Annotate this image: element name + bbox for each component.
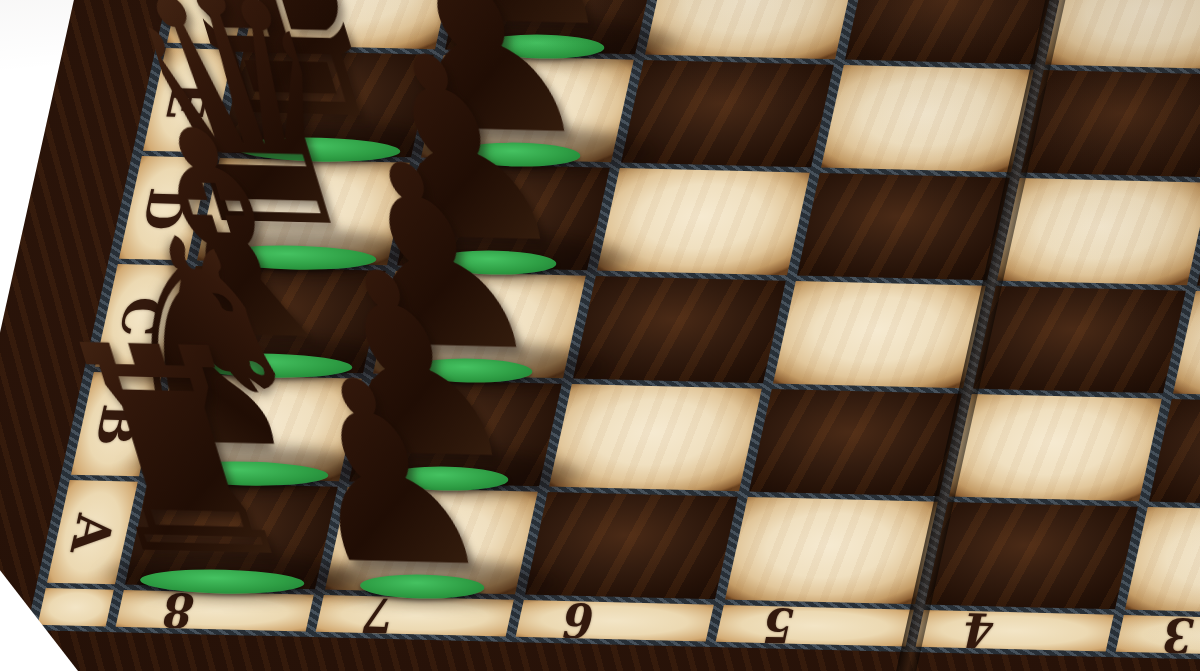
square-a3[interactable] <box>1125 507 1200 614</box>
chess-board: HGFEDCBA87654321 ♜♞♝♛♚♟♟♟♟♟♟ <box>0 0 1200 671</box>
square-c6[interactable] <box>573 276 786 383</box>
rank-label-cell-4: 4 <box>916 610 1114 651</box>
square-c5[interactable] <box>773 281 986 388</box>
rank-label-cell-6: 6 <box>516 600 714 641</box>
square-c8[interactable] <box>173 266 386 373</box>
file-label-a: A <box>59 512 126 552</box>
file-label-e: E <box>155 81 222 120</box>
file-label-c: C <box>107 296 174 337</box>
rank-label-cell-8: 8 <box>116 590 314 631</box>
square-c7[interactable] <box>373 271 586 378</box>
square-e5[interactable] <box>821 65 1034 172</box>
file-label-cell-e: E <box>143 48 234 152</box>
file-label-d: D <box>130 186 198 231</box>
file-label-cell-a: A <box>47 480 138 584</box>
corner-cell <box>38 588 114 626</box>
square-b5[interactable] <box>749 389 962 496</box>
square-e4[interactable] <box>1021 70 1200 177</box>
square-d4[interactable] <box>997 178 1200 285</box>
square-f8[interactable] <box>245 0 458 49</box>
rank-label-5: 5 <box>757 605 800 646</box>
square-a8[interactable] <box>125 482 338 589</box>
square-d6[interactable] <box>597 168 810 275</box>
square-f7[interactable] <box>445 0 658 54</box>
square-e7[interactable] <box>421 55 634 162</box>
rank-label-cell-7: 7 <box>316 595 514 636</box>
rank-label-7: 7 <box>357 595 400 636</box>
square-f4[interactable] <box>1045 0 1200 69</box>
file-label-cell-d: D <box>119 156 210 260</box>
file-label-f: F <box>179 0 245 11</box>
rank-label-4: 4 <box>957 610 1000 651</box>
square-e6[interactable] <box>621 60 834 167</box>
rank-label-3: 3 <box>1157 615 1200 656</box>
file-label-cell-c: C <box>95 264 186 368</box>
rank-label-cell-5: 5 <box>716 605 914 646</box>
square-f6[interactable] <box>645 0 858 59</box>
chess-set-photo: HGFEDCBA87654321 ♜♞♝♛♚♟♟♟♟♟♟ <box>0 0 1200 671</box>
square-a4[interactable] <box>925 502 1138 609</box>
square-d5[interactable] <box>797 173 1010 280</box>
file-label-cell-b: B <box>71 372 162 476</box>
square-a7[interactable] <box>325 487 538 594</box>
rank-label-6: 6 <box>557 600 600 641</box>
rank-label-8: 8 <box>157 590 200 631</box>
rank-label-cell-3: 3 <box>1116 615 1200 656</box>
file-label-cell-f: F <box>167 0 258 44</box>
square-b4[interactable] <box>949 394 1162 501</box>
square-d7[interactable] <box>397 163 610 270</box>
square-b6[interactable] <box>549 384 762 491</box>
square-b7[interactable] <box>349 379 562 486</box>
square-e8[interactable] <box>221 50 434 157</box>
square-a5[interactable] <box>725 497 938 604</box>
square-f5[interactable] <box>845 0 1058 64</box>
square-d8[interactable] <box>197 158 410 265</box>
square-b8[interactable] <box>149 374 362 481</box>
square-c4[interactable] <box>973 286 1186 393</box>
file-label-b: B <box>83 402 151 445</box>
square-a6[interactable] <box>525 492 738 599</box>
